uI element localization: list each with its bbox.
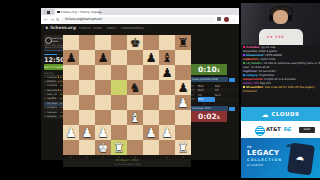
square-b4[interactable] xyxy=(79,95,95,110)
site-header: ♞ lichess.org PLAYPUZZLESLEARNWATCHCOMMU… xyxy=(41,24,239,32)
black-rank-chip[interactable] xyxy=(229,78,235,82)
square-e7[interactable] xyxy=(127,50,143,65)
white-pawn-b2[interactable]: ♟ xyxy=(79,125,95,140)
white-pawn-f2[interactable]: ♟ xyxy=(143,125,159,140)
jersey-cloud9-logo-icon: ☁ xyxy=(295,151,305,162)
square-b2[interactable]: ♟ xyxy=(79,125,95,140)
square-d3[interactable] xyxy=(111,110,127,125)
browser-window: lichess.org • Hourly SuperBlitz Arena + … xyxy=(41,8,239,160)
legacy-byline: BY CHAMPION xyxy=(247,164,263,167)
square-h2[interactable] xyxy=(175,125,191,140)
streamer-face xyxy=(273,10,288,24)
square-d2[interactable] xyxy=(111,125,127,140)
browser-tab-strip: lichess.org • Hourly SuperBlitz Arena + xyxy=(41,8,239,15)
tournament-card: Hourly SuperBlitz Arena 3+0 • Blitz • Ra… xyxy=(44,35,63,52)
square-a8[interactable] xyxy=(63,35,79,50)
cloud9-logo-icon: ☁ xyxy=(262,111,270,119)
white-king-c1[interactable]: ♚ xyxy=(95,140,111,155)
square-c5[interactable] xyxy=(95,80,111,95)
knight-logo-icon: ♞ xyxy=(45,25,49,30)
square-g6[interactable]: ♟ xyxy=(159,65,175,80)
white-pawn-g2[interactable]: ♟ xyxy=(159,125,175,140)
nav-item-play[interactable]: PLAY xyxy=(65,27,71,30)
square-b3[interactable] xyxy=(79,110,95,125)
tournament-name-line2: Arena xyxy=(52,40,58,43)
last-move-button[interactable]: » xyxy=(220,102,226,106)
white-clock: 0:025 xyxy=(191,111,227,122)
black-pawn-h5[interactable]: ♟ xyxy=(175,80,191,95)
chess-board: ♚♜♟♟♟♝♟♞♟♟♝♟♟♟♟♟♚♜♜ xyxy=(63,35,191,155)
square-h1[interactable]: ♜ xyxy=(175,140,191,155)
att-globe-icon xyxy=(255,126,265,136)
jersey-graphic: ☁ xyxy=(287,142,315,175)
square-e5[interactable]: ♞ xyxy=(127,80,143,95)
back-icon[interactable]: ← xyxy=(44,17,48,22)
shirt-graphic-text: C9 TEE xyxy=(267,35,284,39)
square-a5[interactable] xyxy=(63,80,79,95)
square-d8[interactable] xyxy=(111,35,127,50)
black-pawn-a7[interactable]: ♟ xyxy=(63,50,79,65)
square-c2[interactable]: ♟ xyxy=(95,125,111,140)
square-g1[interactable] xyxy=(159,140,175,155)
square-g2[interactable]: ♟ xyxy=(159,125,175,140)
nav-item-tools[interactable]: TOOLS xyxy=(135,27,144,30)
square-e3[interactable]: ♝ xyxy=(127,110,143,125)
square-h7[interactable] xyxy=(175,50,191,65)
black-player-rating: 2438 xyxy=(211,78,217,81)
chat-badge-icon xyxy=(243,62,245,64)
white-player-rating: 2512 xyxy=(205,107,211,110)
square-f7[interactable]: ♟ xyxy=(143,50,159,65)
streak-fire-icon xyxy=(58,76,59,77)
square-d4[interactable] xyxy=(111,95,127,110)
square-f4[interactable] xyxy=(143,95,159,110)
cloud9-wordmark: CLOUD9 xyxy=(272,111,300,117)
pinned-tab-favicon xyxy=(47,11,50,14)
browser-menu-icon[interactable]: ⋮ xyxy=(232,17,236,22)
square-f5[interactable] xyxy=(143,80,159,95)
tab-title: lichess.org • Hourly SuperBlitz Arena xyxy=(61,10,100,14)
square-f3[interactable] xyxy=(143,110,159,125)
square-h3[interactable] xyxy=(175,110,191,125)
square-b6[interactable] xyxy=(79,65,95,80)
square-f2[interactable]: ♟ xyxy=(143,125,159,140)
twitch-chat[interactable]: trickster: gg ez clapmoonlite: what a ga… xyxy=(241,45,320,109)
square-g4[interactable] xyxy=(159,95,175,110)
square-d6[interactable] xyxy=(111,65,127,80)
black-pawn-f7[interactable]: ♟ xyxy=(143,50,159,65)
square-c8[interactable] xyxy=(95,35,111,50)
white-clock-tenths: 5 xyxy=(217,115,220,120)
square-c3[interactable] xyxy=(95,110,111,125)
extension-icon[interactable] xyxy=(217,17,221,21)
standings-table: 1Anatoly64482BlitzWiz453knightmare434tac… xyxy=(44,76,63,120)
chat-badge-icon xyxy=(243,46,245,48)
headphone-earcup-right xyxy=(288,15,292,21)
address-bar[interactable]: lichess.org/tournament xyxy=(61,17,215,23)
square-h4[interactable]: ♟ xyxy=(175,95,191,110)
white-rook-h1[interactable]: ♜ xyxy=(175,140,191,155)
square-b5[interactable] xyxy=(79,80,95,95)
black-knight-e5[interactable]: ♞ xyxy=(127,80,143,95)
square-h8[interactable]: ♜ xyxy=(175,35,191,50)
square-g7[interactable]: ♝ xyxy=(159,50,175,65)
url-text: lichess.org/tournament xyxy=(65,17,102,21)
white-bishop-e3[interactable]: ♝ xyxy=(127,110,143,125)
att-5g-text: 5G xyxy=(283,126,291,132)
square-h5[interactable]: ♟ xyxy=(175,80,191,95)
black-player-name: Chess_Fan2000 xyxy=(192,78,211,81)
chat-badge-icon xyxy=(243,54,245,56)
chat-badge-icon xyxy=(243,86,245,88)
square-e6[interactable] xyxy=(127,65,143,80)
square-c1[interactable]: ♚ xyxy=(95,140,111,155)
standings-row[interactable]: 10caruana_fan30 xyxy=(44,115,63,119)
att-brand-text: AT&T xyxy=(266,126,281,132)
game-info-text: Hourly SuperBlitz Arena xyxy=(63,163,191,166)
square-a1[interactable] xyxy=(63,140,79,155)
reload-icon[interactable]: ↻ xyxy=(56,17,60,22)
square-g8[interactable] xyxy=(159,35,175,50)
black-king-e8[interactable]: ♚ xyxy=(127,35,143,50)
streak-fire-icon xyxy=(58,89,59,90)
square-c4[interactable] xyxy=(95,95,111,110)
square-b7[interactable] xyxy=(79,50,95,65)
square-b1[interactable] xyxy=(79,140,95,155)
below-board-bar: C9_Player • 2512 Hourly SuperBlitz Arena xyxy=(63,159,191,167)
white-rank-chip[interactable] xyxy=(229,107,235,111)
webcam-feed: C9 TEE xyxy=(241,3,320,45)
move-list: 25Bd4Bg726Be3h527h4Nc428Rd1 xyxy=(191,84,238,102)
square-a7[interactable]: ♟ xyxy=(63,50,79,65)
tournament-info-2: Arena • 57 minutes xyxy=(45,46,65,48)
square-g3[interactable] xyxy=(159,110,175,125)
tournament-link[interactable]: Tournament points xyxy=(45,49,64,51)
nav-item-puzzles[interactable]: PUZZLES xyxy=(79,27,91,30)
square-f8[interactable] xyxy=(143,35,159,50)
lichess-favicon xyxy=(57,11,60,14)
standing-player-name: caruana_fan xyxy=(47,115,57,119)
nav-item-learn[interactable]: LEARN xyxy=(93,27,102,30)
square-a4[interactable] xyxy=(63,95,79,110)
white-pawn-c2[interactable]: ♟ xyxy=(95,125,111,140)
black-clock-tenths: 1 xyxy=(217,68,220,73)
square-f6[interactable] xyxy=(143,65,159,80)
square-g5[interactable] xyxy=(159,80,175,95)
streak-fire-icon xyxy=(58,81,59,82)
black-pawn-g6[interactable]: ♟ xyxy=(159,65,175,80)
square-c6[interactable] xyxy=(95,65,111,80)
stream-stage: lichess.org • Hourly SuperBlitz Arena + … xyxy=(0,0,320,180)
square-c7[interactable]: ♟ xyxy=(95,50,111,65)
legacy-title: LEGACY xyxy=(247,149,279,157)
forward-icon[interactable]: → xyxy=(50,17,54,22)
square-d5[interactable] xyxy=(111,80,127,95)
square-e1[interactable] xyxy=(127,140,143,155)
nav-item-watch[interactable]: WATCH xyxy=(107,27,116,30)
legacy-collection-panel: C9 LEGACY COLLECTION BY CHAMPION ☁ ☁ xyxy=(241,138,320,178)
streamer-shirt: C9 TEE xyxy=(259,29,303,45)
square-h6[interactable] xyxy=(175,65,191,80)
white-rook-d1[interactable]: ♜ xyxy=(111,140,127,155)
black-bishop-g7[interactable]: ♝ xyxy=(159,50,175,65)
square-e2[interactable] xyxy=(127,125,143,140)
chat-message: StreamBot: Use code C9 for 10% off the L… xyxy=(243,86,320,94)
square-a6[interactable] xyxy=(63,65,79,80)
headphone-earcup-left xyxy=(269,15,273,21)
cloud9-banner: ☁ CLOUD9 xyxy=(241,107,320,121)
lichess-page: ♞ lichess.org PLAYPUZZLESLEARNWATCHCOMMU… xyxy=(41,24,239,160)
square-a2[interactable]: ♟ xyxy=(63,125,79,140)
square-f1[interactable] xyxy=(143,140,159,155)
black-pawn-c7[interactable]: ♟ xyxy=(95,50,111,65)
square-e4[interactable] xyxy=(127,95,143,110)
att-shop-chip[interactable]: SHOP xyxy=(299,127,315,133)
square-d7[interactable] xyxy=(111,50,127,65)
chat-badge-icon xyxy=(243,74,245,76)
white-player-name: C9_Player xyxy=(192,107,204,110)
square-a3[interactable] xyxy=(63,110,79,125)
new-tab-button[interactable]: + xyxy=(98,10,102,15)
white-pawn-h4[interactable]: ♟ xyxy=(175,95,191,110)
square-d1[interactable]: ♜ xyxy=(111,140,127,155)
black-player-bar[interactable]: Chess_Fan2000 2438 xyxy=(191,77,228,82)
legacy-subtitle: COLLECTION xyxy=(247,158,282,162)
lichess-logo[interactable]: ♞ lichess.org xyxy=(45,25,76,30)
att-panel: AT&T 5G SHOP xyxy=(241,121,320,138)
square-e8[interactable]: ♚ xyxy=(127,35,143,50)
browser-toolbar: ← → ↻ lichess.org/tournament ⋮ xyxy=(41,15,239,24)
back-to-tournament-button[interactable]: BACK TO TOURNAMENT xyxy=(44,64,63,70)
white-pawn-a2[interactable]: ♟ xyxy=(63,125,79,140)
square-b8[interactable] xyxy=(79,35,95,50)
tournament-clock: 12:50 xyxy=(44,56,63,64)
profile-avatar[interactable] xyxy=(224,17,229,22)
black-rook-h8[interactable]: ♜ xyxy=(175,35,191,50)
black-clock: 0:101 xyxy=(191,64,227,75)
